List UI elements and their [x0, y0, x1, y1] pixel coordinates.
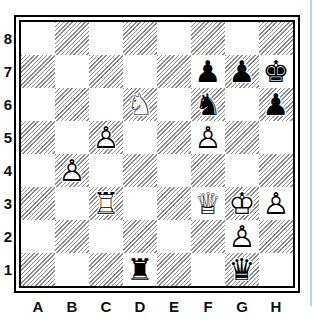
square-a5 [21, 121, 55, 154]
white-king-g3: ♚♔ [229, 189, 256, 219]
rank-label-7: 7 [1, 55, 15, 88]
black-pawn-f7: ♟ [195, 57, 222, 87]
square-c7 [89, 55, 123, 88]
square-f8 [191, 22, 225, 55]
square-b3 [55, 187, 89, 220]
square-d5 [123, 121, 157, 154]
file-label-B: B [55, 298, 89, 315]
square-f1 [191, 253, 225, 286]
square-f4 [191, 154, 225, 187]
square-f2 [191, 220, 225, 253]
black-knight-f6: ♞ [195, 90, 222, 120]
square-e7 [157, 55, 191, 88]
square-b7 [55, 55, 89, 88]
square-h8 [259, 22, 293, 55]
file-labels: ABCDEFGH [21, 298, 293, 315]
square-c3: ♜♖ [89, 187, 123, 220]
white-knight-d6: ♞♘ [127, 90, 154, 120]
square-h3: ♟♙ [259, 187, 293, 220]
file-label-G: G [225, 298, 259, 315]
square-g8 [225, 22, 259, 55]
square-a2 [21, 220, 55, 253]
white-pawn-b4: ♟♙ [59, 156, 86, 186]
rank-label-2: 2 [1, 220, 15, 253]
square-h4 [259, 154, 293, 187]
chess-diagram-page: 87654321 ♟♟♚♞♘♞♟♟♙♟♙♟♙♜♖♛♕♚♔♟♙♟♙♜♛ ABCDE… [0, 0, 314, 320]
square-g7: ♟ [225, 55, 259, 88]
square-g5 [225, 121, 259, 154]
file-label-D: D [123, 298, 157, 315]
square-e8 [157, 22, 191, 55]
square-f6: ♞ [191, 88, 225, 121]
square-d7 [123, 55, 157, 88]
square-g4 [225, 154, 259, 187]
square-c4 [89, 154, 123, 187]
square-b8 [55, 22, 89, 55]
square-h2 [259, 220, 293, 253]
square-a1 [21, 253, 55, 286]
file-label-F: F [191, 298, 225, 315]
white-queen-f3: ♛♕ [195, 189, 222, 219]
square-g6 [225, 88, 259, 121]
white-pawn-h3: ♟♙ [263, 189, 290, 219]
file-label-H: H [259, 298, 293, 315]
square-d1: ♜ [123, 253, 157, 286]
square-c2 [89, 220, 123, 253]
square-e2 [157, 220, 191, 253]
rank-label-4: 4 [1, 154, 15, 187]
square-d4 [123, 154, 157, 187]
square-e5 [157, 121, 191, 154]
file-label-C: C [89, 298, 123, 315]
scan-edge-artifact [310, 0, 312, 306]
square-a4 [21, 154, 55, 187]
file-label-A: A [21, 298, 55, 315]
square-f5: ♟♙ [191, 121, 225, 154]
square-c5: ♟♙ [89, 121, 123, 154]
square-c8 [89, 22, 123, 55]
square-c6 [89, 88, 123, 121]
square-b1 [55, 253, 89, 286]
rank-label-3: 3 [1, 187, 15, 220]
white-pawn-c5: ♟♙ [93, 123, 120, 153]
square-c1 [89, 253, 123, 286]
square-d2 [123, 220, 157, 253]
white-pawn-f5: ♟♙ [195, 123, 222, 153]
chessboard: ♟♟♚♞♘♞♟♟♙♟♙♟♙♜♖♛♕♚♔♟♙♟♙♜♛ [14, 15, 300, 293]
square-a3 [21, 187, 55, 220]
square-b5 [55, 121, 89, 154]
square-a6 [21, 88, 55, 121]
square-f3: ♛♕ [191, 187, 225, 220]
black-king-h7: ♚ [263, 57, 290, 87]
file-label-E: E [157, 298, 191, 315]
black-pawn-h6: ♟ [263, 90, 290, 120]
rank-label-5: 5 [1, 121, 15, 154]
square-g3: ♚♔ [225, 187, 259, 220]
square-e4 [157, 154, 191, 187]
square-e3 [157, 187, 191, 220]
board-inner-border: ♟♟♚♞♘♞♟♟♙♟♙♟♙♜♖♛♕♚♔♟♙♟♙♜♛ [19, 20, 295, 288]
rank-label-1: 1 [1, 253, 15, 286]
square-h1 [259, 253, 293, 286]
square-h5 [259, 121, 293, 154]
square-b2 [55, 220, 89, 253]
square-h7: ♚ [259, 55, 293, 88]
square-b4: ♟♙ [55, 154, 89, 187]
square-h6: ♟ [259, 88, 293, 121]
white-rook-c3: ♜♖ [93, 189, 120, 219]
black-rook-d1: ♜ [127, 255, 154, 285]
square-e1 [157, 253, 191, 286]
square-d6: ♞♘ [123, 88, 157, 121]
square-a8 [21, 22, 55, 55]
square-a7 [21, 55, 55, 88]
square-g1: ♛ [225, 253, 259, 286]
rank-label-6: 6 [1, 88, 15, 121]
black-queen-g1: ♛ [229, 255, 256, 285]
square-b6 [55, 88, 89, 121]
board-grid: ♟♟♚♞♘♞♟♟♙♟♙♟♙♜♖♛♕♚♔♟♙♟♙♜♛ [21, 22, 293, 286]
square-g2: ♟♙ [225, 220, 259, 253]
white-pawn-g2: ♟♙ [229, 222, 256, 252]
square-d8 [123, 22, 157, 55]
square-e6 [157, 88, 191, 121]
rank-label-8: 8 [1, 22, 15, 55]
black-pawn-g7: ♟ [229, 57, 256, 87]
rank-labels: 87654321 [1, 22, 15, 286]
square-d3 [123, 187, 157, 220]
square-f7: ♟ [191, 55, 225, 88]
